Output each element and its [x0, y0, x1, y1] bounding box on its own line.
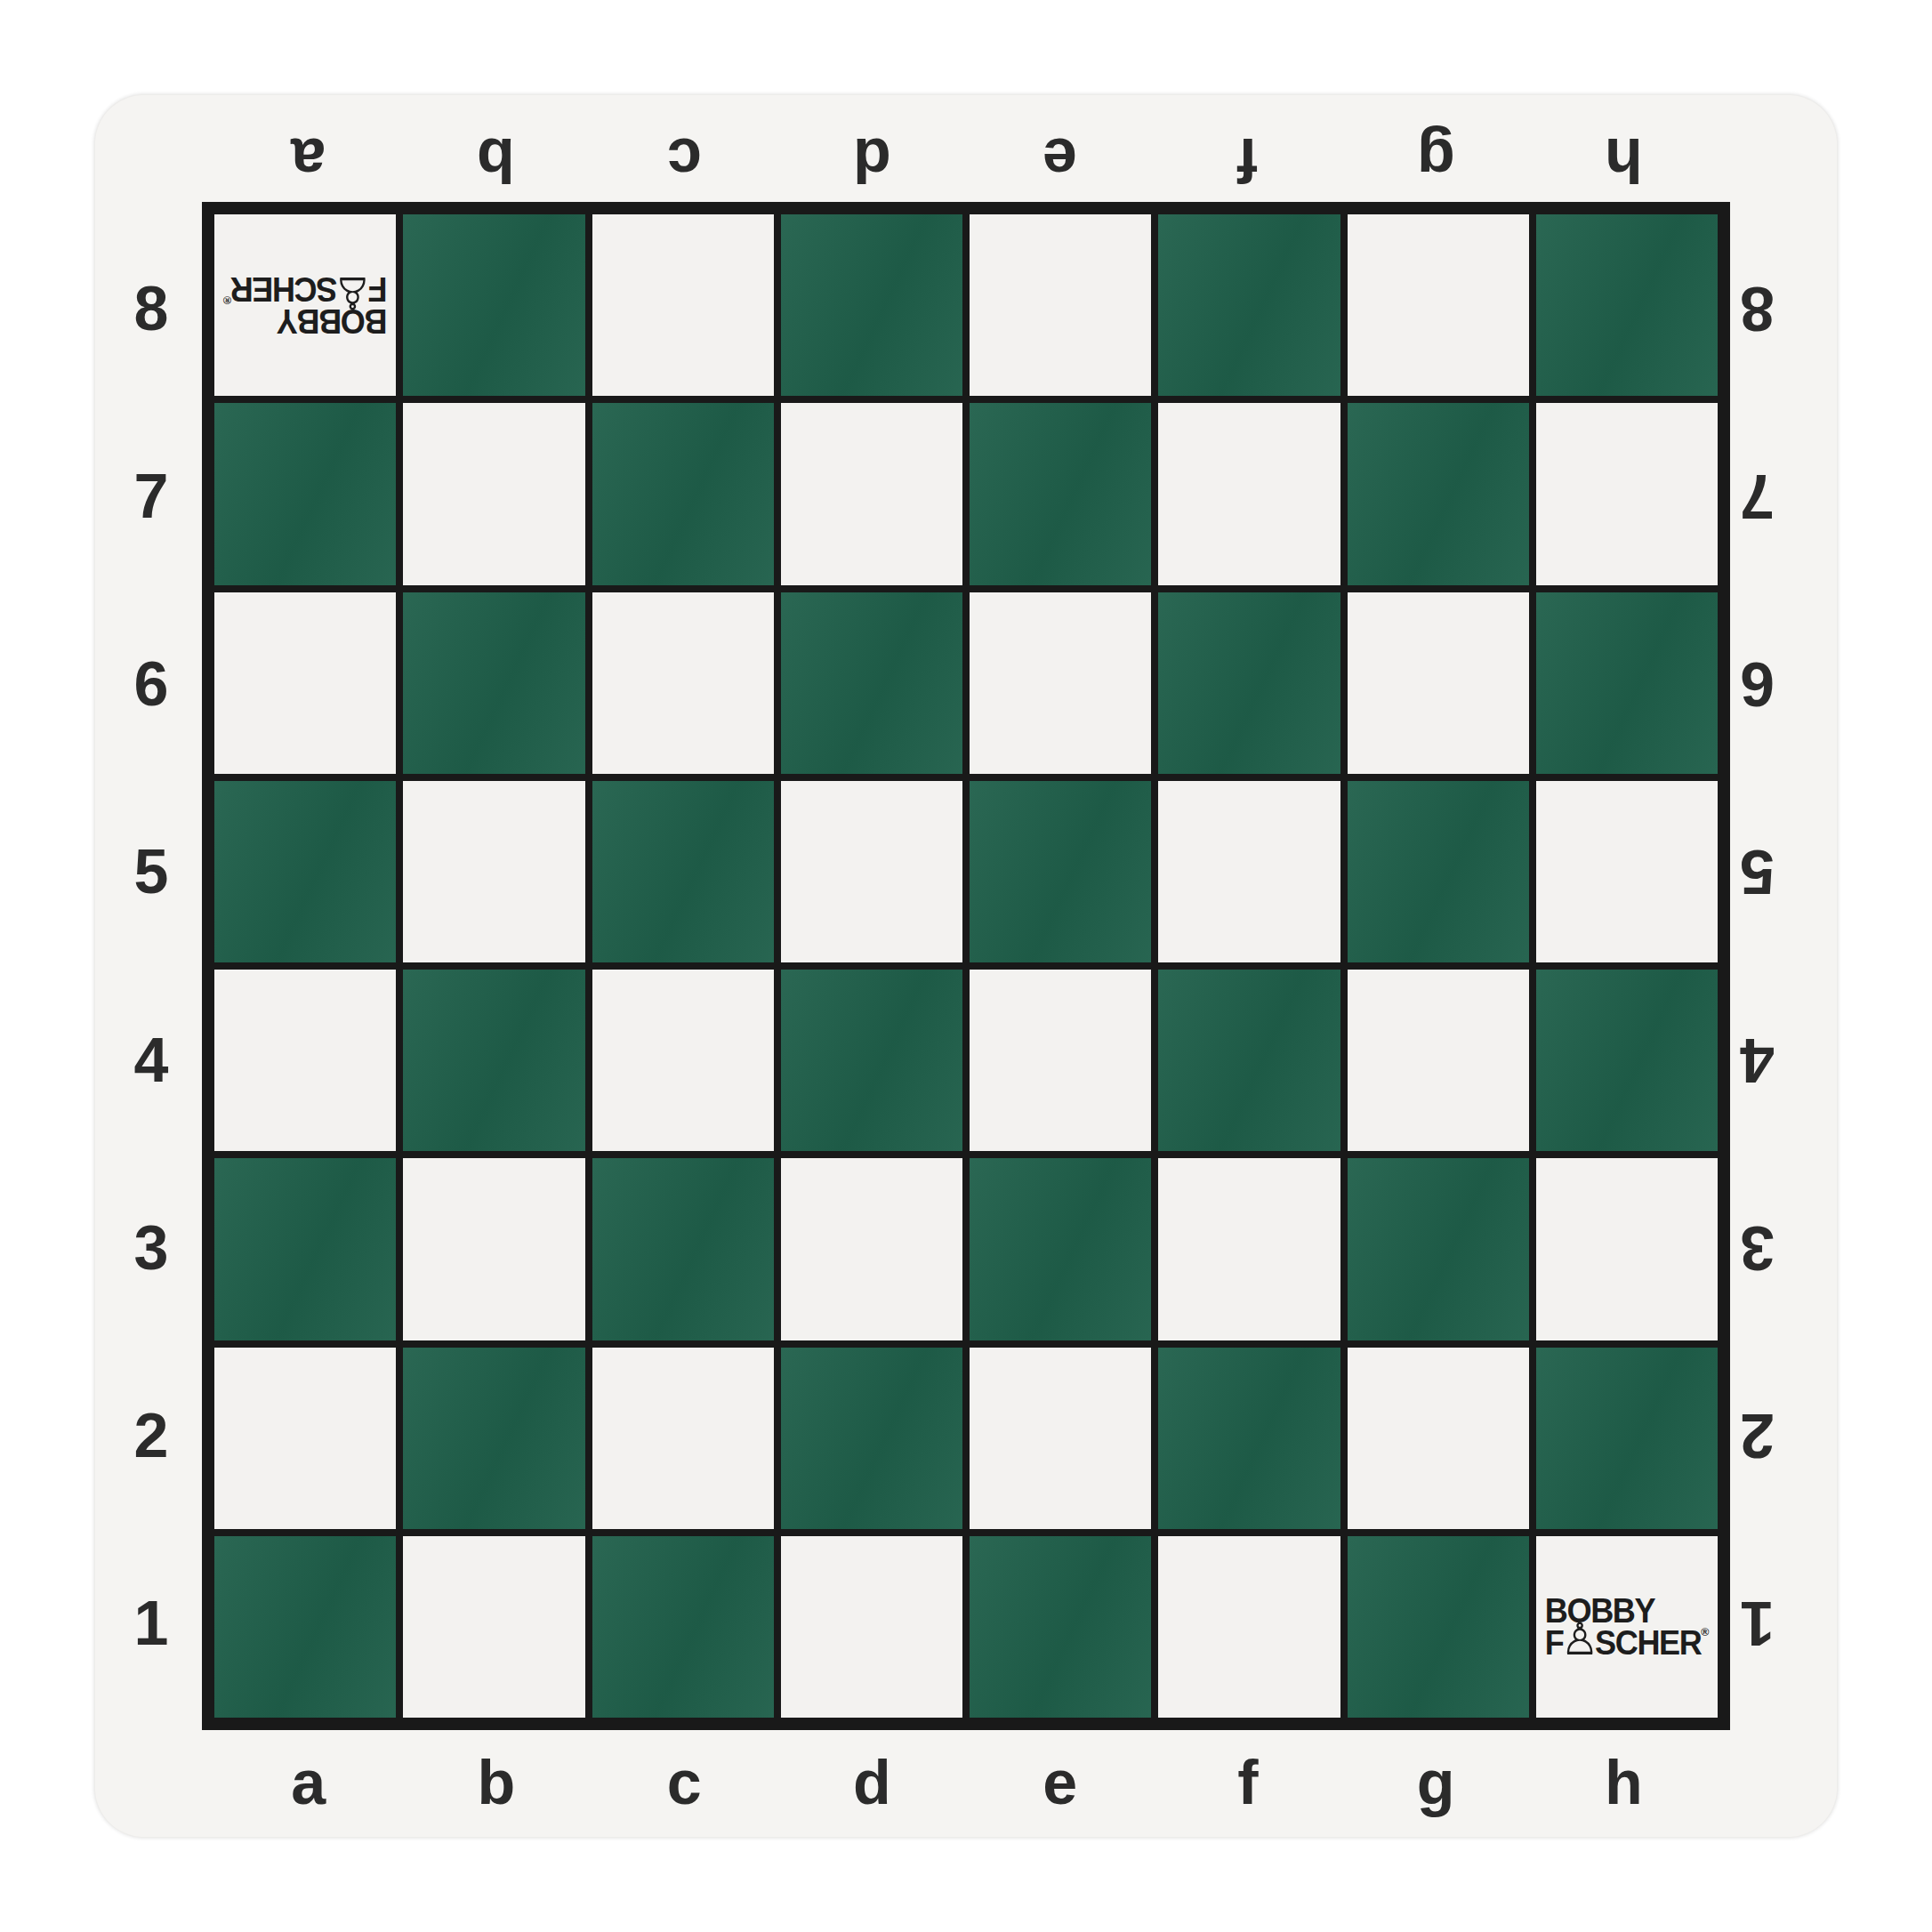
square-h3[interactable]: [1536, 1158, 1718, 1340]
file-label-top-d: d: [778, 116, 966, 205]
rank-label-right-glyph-5: 5: [1740, 841, 1775, 903]
square-f7[interactable]: [1158, 403, 1340, 584]
square-a3[interactable]: [214, 1158, 396, 1340]
file-label-bottom-a: a: [214, 1738, 402, 1827]
file-label-top-e: e: [966, 116, 1154, 205]
rank-label-left-glyph-3: 3: [134, 1217, 169, 1279]
square-h5[interactable]: [1536, 781, 1718, 962]
bobby-fischer-logo: BOBBYF♙SCHER®: [223, 273, 388, 337]
file-label-bottom-glyph-a: a: [291, 1751, 326, 1814]
file-label-top-glyph-e: e: [1042, 129, 1077, 191]
square-d1[interactable]: [781, 1536, 962, 1718]
square-d7[interactable]: [781, 403, 962, 584]
square-e7[interactable]: [970, 403, 1151, 584]
square-g2[interactable]: [1348, 1348, 1529, 1529]
square-c1[interactable]: [592, 1536, 774, 1718]
square-h1[interactable]: BOBBYF♙SCHER®: [1536, 1536, 1718, 1718]
file-label-bottom-b: b: [402, 1738, 590, 1827]
square-a6[interactable]: [214, 592, 396, 774]
rank-label-left-7: 7: [109, 402, 194, 590]
square-c3[interactable]: [592, 1158, 774, 1340]
chess-mat: abcdefgh abcdefgh 87654321 87654321 BOBB…: [94, 94, 1838, 1838]
square-b2[interactable]: [403, 1348, 584, 1529]
square-b5[interactable]: [403, 781, 584, 962]
rank-label-left-3: 3: [109, 1154, 194, 1341]
square-a7[interactable]: [214, 403, 396, 584]
square-g7[interactable]: [1348, 403, 1529, 584]
square-d4[interactable]: [781, 970, 962, 1151]
file-label-bottom-glyph-e: e: [1042, 1751, 1077, 1814]
square-a5[interactable]: [214, 781, 396, 962]
file-label-bottom-c: c: [591, 1738, 778, 1827]
rank-label-left-glyph-1: 1: [134, 1592, 169, 1654]
square-c4[interactable]: [592, 970, 774, 1151]
rank-label-left-glyph-2: 2: [134, 1405, 169, 1467]
rank-label-left-8: 8: [109, 214, 194, 402]
file-label-bottom-glyph-h: h: [1605, 1751, 1643, 1814]
square-f2[interactable]: [1158, 1348, 1340, 1529]
file-label-top-glyph-f: f: [1237, 129, 1258, 191]
square-g6[interactable]: [1348, 592, 1529, 774]
chess-board: BOBBYF♙SCHER®BOBBYF♙SCHER®: [214, 214, 1718, 1718]
square-f1[interactable]: [1158, 1536, 1340, 1718]
square-a4[interactable]: [214, 970, 396, 1151]
square-g4[interactable]: [1348, 970, 1529, 1151]
square-e5[interactable]: [970, 781, 1151, 962]
file-label-bottom-glyph-f: f: [1237, 1751, 1258, 1814]
square-e1[interactable]: [970, 1536, 1151, 1718]
registered-mark-icon: ®: [1701, 1625, 1709, 1638]
square-f6[interactable]: [1158, 592, 1340, 774]
rank-label-left-glyph-4: 4: [134, 1029, 169, 1091]
rank-label-right-glyph-1: 1: [1740, 1592, 1775, 1654]
registered-mark-icon: ®: [223, 294, 231, 307]
file-labels-bottom: abcdefgh: [214, 1738, 1718, 1827]
file-label-bottom-glyph-g: g: [1417, 1751, 1455, 1814]
square-e8[interactable]: [970, 214, 1151, 396]
square-g1[interactable]: [1348, 1536, 1529, 1718]
brand-line2: F♙SCHER®: [1545, 1627, 1710, 1659]
square-a2[interactable]: [214, 1348, 396, 1529]
square-f4[interactable]: [1158, 970, 1340, 1151]
square-c5[interactable]: [592, 781, 774, 962]
square-d6[interactable]: [781, 592, 962, 774]
file-label-top-glyph-h: h: [1605, 129, 1643, 191]
rank-label-right-glyph-8: 8: [1740, 278, 1775, 340]
square-b3[interactable]: [403, 1158, 584, 1340]
file-label-bottom-e: e: [966, 1738, 1154, 1827]
square-b8[interactable]: [403, 214, 584, 396]
square-d5[interactable]: [781, 781, 962, 962]
square-h4[interactable]: [1536, 970, 1718, 1151]
bobby-fischer-logo: BOBBYF♙SCHER®: [1545, 1595, 1710, 1659]
file-label-top-glyph-d: d: [853, 129, 891, 191]
file-label-bottom-d: d: [778, 1738, 966, 1827]
rank-label-right-glyph-4: 4: [1740, 1029, 1775, 1091]
rank-label-left-glyph-5: 5: [134, 841, 169, 903]
rank-label-left-glyph-8: 8: [134, 278, 169, 340]
square-b4[interactable]: [403, 970, 584, 1151]
square-g5[interactable]: [1348, 781, 1529, 962]
file-label-top-c: c: [591, 116, 778, 205]
square-h7[interactable]: [1536, 403, 1718, 584]
rank-label-right-glyph-3: 3: [1740, 1217, 1775, 1279]
file-label-top-h: h: [1530, 116, 1718, 205]
file-label-top-glyph-c: c: [667, 129, 702, 191]
file-label-top-f: f: [1154, 116, 1341, 205]
square-f5[interactable]: [1158, 781, 1340, 962]
square-e3[interactable]: [970, 1158, 1151, 1340]
rank-label-right-glyph-7: 7: [1740, 465, 1775, 527]
page-root: abcdefgh abcdefgh 87654321 87654321 BOBB…: [0, 0, 1932, 1932]
rank-label-right-glyph-6: 6: [1740, 653, 1775, 715]
file-label-bottom-glyph-b: b: [477, 1751, 515, 1814]
square-d3[interactable]: [781, 1158, 962, 1340]
rank-label-left-6: 6: [109, 591, 194, 778]
file-label-top-glyph-b: b: [477, 129, 515, 191]
square-b6[interactable]: [403, 592, 584, 774]
square-c6[interactable]: [592, 592, 774, 774]
file-label-top-glyph-g: g: [1417, 129, 1455, 191]
square-g8[interactable]: [1348, 214, 1529, 396]
rank-label-left-2: 2: [109, 1342, 194, 1530]
rank-label-left-glyph-6: 6: [134, 653, 169, 715]
rank-labels-left: 87654321: [109, 214, 194, 1718]
square-e4[interactable]: [970, 970, 1151, 1151]
file-label-top-b: b: [402, 116, 590, 205]
square-b1[interactable]: [403, 1536, 584, 1718]
board-frame: BOBBYF♙SCHER®BOBBYF♙SCHER®: [202, 202, 1730, 1730]
file-label-bottom-glyph-d: d: [853, 1751, 891, 1814]
square-e2[interactable]: [970, 1348, 1151, 1529]
square-g3[interactable]: [1348, 1158, 1529, 1340]
square-f3[interactable]: [1158, 1158, 1340, 1340]
square-c8[interactable]: [592, 214, 774, 396]
rank-label-left-glyph-7: 7: [134, 465, 169, 527]
square-h8[interactable]: [1536, 214, 1718, 396]
square-d2[interactable]: [781, 1348, 962, 1529]
rank-label-left-4: 4: [109, 966, 194, 1154]
file-labels-top: abcdefgh: [214, 116, 1718, 205]
file-label-top-glyph-a: a: [291, 129, 326, 191]
file-label-bottom-glyph-c: c: [667, 1751, 702, 1814]
file-label-bottom-g: g: [1342, 1738, 1530, 1827]
brand-line2: F♙SCHER®: [223, 273, 388, 305]
file-label-bottom-f: f: [1154, 1738, 1341, 1827]
square-h6[interactable]: [1536, 592, 1718, 774]
file-label-top-g: g: [1342, 116, 1530, 205]
square-c2[interactable]: [592, 1348, 774, 1529]
square-a8[interactable]: BOBBYF♙SCHER®: [214, 214, 396, 396]
file-label-top-a: a: [214, 116, 402, 205]
square-a1[interactable]: [214, 1536, 396, 1718]
square-f8[interactable]: [1158, 214, 1340, 396]
square-d8[interactable]: [781, 214, 962, 396]
rank-label-left-1: 1: [109, 1530, 194, 1718]
rank-label-left-5: 5: [109, 778, 194, 966]
square-b7[interactable]: [403, 403, 584, 584]
square-e6[interactable]: [970, 592, 1151, 774]
file-label-bottom-h: h: [1530, 1738, 1718, 1827]
rank-label-right-glyph-2: 2: [1740, 1405, 1775, 1467]
square-h2[interactable]: [1536, 1348, 1718, 1529]
square-c7[interactable]: [592, 403, 774, 584]
